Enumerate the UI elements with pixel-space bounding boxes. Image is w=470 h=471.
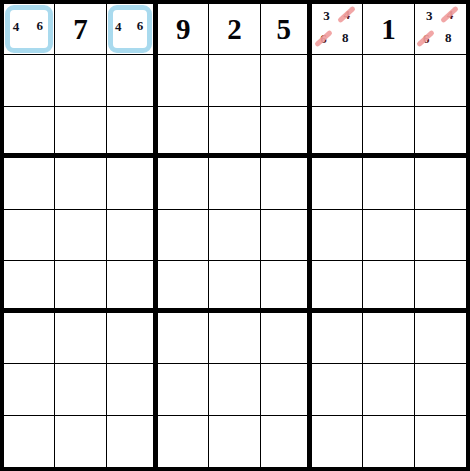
- given-digit: 9: [158, 4, 208, 54]
- cell-r1c1[interactable]: 46: [4, 4, 55, 55]
- cell-r7c3[interactable]: [107, 313, 158, 364]
- cell-r6c3[interactable]: [107, 261, 158, 312]
- cell-r4c8[interactable]: [363, 158, 414, 209]
- sudoku-board: 46746925346813468: [0, 0, 470, 471]
- candidate-digit: 4: [340, 8, 354, 22]
- cell-r9c8[interactable]: [363, 416, 414, 467]
- cell-r6c7[interactable]: [312, 261, 363, 312]
- cell-r2c2[interactable]: [55, 55, 106, 106]
- cell-r8c5[interactable]: [209, 364, 260, 415]
- cell-r3c4[interactable]: [158, 107, 209, 158]
- candidate-digit: 4: [9, 20, 23, 34]
- cell-r1c4[interactable]: 9: [158, 4, 209, 55]
- cell-r1c8[interactable]: 1: [363, 4, 414, 55]
- cell-r7c5[interactable]: [209, 313, 260, 364]
- cell-r1c5[interactable]: 2: [209, 4, 260, 55]
- cell-r8c1[interactable]: [4, 364, 55, 415]
- cell-r1c7[interactable]: 3468: [312, 4, 363, 55]
- cell-r6c8[interactable]: [363, 261, 414, 312]
- cell-r7c2[interactable]: [55, 313, 106, 364]
- cell-r5c7[interactable]: [312, 210, 363, 261]
- cell-r2c3[interactable]: [107, 55, 158, 106]
- cell-r9c3[interactable]: [107, 416, 158, 467]
- candidate-digit: 3: [422, 9, 436, 23]
- cell-r2c4[interactable]: [158, 55, 209, 106]
- cell-r3c6[interactable]: [261, 107, 312, 158]
- cell-r2c9[interactable]: [415, 55, 466, 106]
- cell-r5c2[interactable]: [55, 210, 106, 261]
- cell-r9c9[interactable]: [415, 416, 466, 467]
- cell-r3c8[interactable]: [363, 107, 414, 158]
- cell-r8c6[interactable]: [261, 364, 312, 415]
- cell-r1c2[interactable]: 7: [55, 4, 106, 55]
- cell-r7c4[interactable]: [158, 313, 209, 364]
- cell-r4c1[interactable]: [4, 158, 55, 209]
- candidate-digit: 8: [338, 31, 352, 45]
- candidate-digit: 8: [441, 31, 455, 45]
- candidate-digit: 3: [320, 9, 334, 23]
- cell-r2c7[interactable]: [312, 55, 363, 106]
- cell-r5c3[interactable]: [107, 210, 158, 261]
- candidate-digit: 6: [133, 19, 147, 33]
- cell-r6c4[interactable]: [158, 261, 209, 312]
- candidate-digit: 6: [317, 32, 331, 46]
- cell-r4c7[interactable]: [312, 158, 363, 209]
- candidate-elimination-slash: [337, 6, 356, 24]
- cell-r4c5[interactable]: [209, 158, 260, 209]
- given-digit: 2: [209, 4, 259, 54]
- cell-r8c7[interactable]: [312, 364, 363, 415]
- cell-r5c9[interactable]: [415, 210, 466, 261]
- cell-r3c1[interactable]: [4, 107, 55, 158]
- cell-r5c1[interactable]: [4, 210, 55, 261]
- cell-r5c6[interactable]: [261, 210, 312, 261]
- cell-r6c2[interactable]: [55, 261, 106, 312]
- cell-r7c8[interactable]: [363, 313, 414, 364]
- cell-r5c4[interactable]: [158, 210, 209, 261]
- cell-r5c8[interactable]: [363, 210, 414, 261]
- cell-r9c1[interactable]: [4, 416, 55, 467]
- cell-r9c6[interactable]: [261, 416, 312, 467]
- cell-r5c5[interactable]: [209, 210, 260, 261]
- cell-r4c2[interactable]: [55, 158, 106, 209]
- candidate-digit: 4: [111, 20, 125, 34]
- cell-r9c5[interactable]: [209, 416, 260, 467]
- candidate-elimination-slash: [440, 6, 459, 24]
- cell-r8c8[interactable]: [363, 364, 414, 415]
- cell-r3c5[interactable]: [209, 107, 260, 158]
- given-digit: 7: [55, 4, 105, 54]
- cell-r4c3[interactable]: [107, 158, 158, 209]
- candidate-elimination-slash: [314, 29, 333, 47]
- given-digit: 1: [363, 4, 413, 54]
- cell-r7c7[interactable]: [312, 313, 363, 364]
- cell-r3c7[interactable]: [312, 107, 363, 158]
- cell-r4c6[interactable]: [261, 158, 312, 209]
- cell-r9c7[interactable]: [312, 416, 363, 467]
- candidate-digit: 6: [33, 19, 47, 33]
- cell-r9c4[interactable]: [158, 416, 209, 467]
- cell-r2c5[interactable]: [209, 55, 260, 106]
- cell-r3c9[interactable]: [415, 107, 466, 158]
- cell-r6c5[interactable]: [209, 261, 260, 312]
- cell-r3c3[interactable]: [107, 107, 158, 158]
- cell-r2c8[interactable]: [363, 55, 414, 106]
- candidate-digit: 4: [443, 8, 457, 22]
- cell-r8c9[interactable]: [415, 364, 466, 415]
- cell-r9c2[interactable]: [55, 416, 106, 467]
- cell-r8c4[interactable]: [158, 364, 209, 415]
- cell-r7c6[interactable]: [261, 313, 312, 364]
- cell-r1c6[interactable]: 5: [261, 4, 312, 55]
- cell-r6c9[interactable]: [415, 261, 466, 312]
- cell-r8c3[interactable]: [107, 364, 158, 415]
- candidate-digit: 6: [419, 32, 433, 46]
- cell-r6c1[interactable]: [4, 261, 55, 312]
- given-digit: 5: [261, 4, 307, 54]
- cell-r6c6[interactable]: [261, 261, 312, 312]
- cell-r1c9[interactable]: 3468: [415, 4, 466, 55]
- cell-r8c2[interactable]: [55, 364, 106, 415]
- cell-r7c1[interactable]: [4, 313, 55, 364]
- cell-r1c3[interactable]: 46: [107, 4, 158, 55]
- cell-r2c1[interactable]: [4, 55, 55, 106]
- cell-r4c9[interactable]: [415, 158, 466, 209]
- cell-r7c9[interactable]: [415, 313, 466, 364]
- candidate-elimination-slash: [416, 29, 435, 47]
- cell-r3c2[interactable]: [55, 107, 106, 158]
- cell-r2c6[interactable]: [261, 55, 312, 106]
- cell-r4c4[interactable]: [158, 158, 209, 209]
